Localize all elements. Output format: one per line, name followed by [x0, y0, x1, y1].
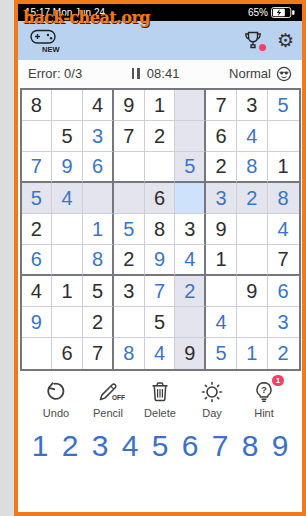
cell-r2c6[interactable] — [175, 121, 206, 152]
cell-r3c1[interactable]: 7 — [22, 152, 53, 183]
watermark: hack-cheat.org — [23, 8, 150, 27]
cell-r3c3[interactable]: 6 — [83, 152, 114, 183]
new-game-button[interactable]: NEW — [30, 28, 70, 56]
cell-r2c2[interactable]: 5 — [52, 121, 83, 152]
cell-r5c2[interactable] — [52, 214, 83, 245]
cell-r9c4[interactable]: 8 — [114, 338, 145, 369]
cell-r9c7[interactable]: 5 — [206, 338, 237, 369]
cell-r5c8[interactable] — [237, 214, 268, 245]
cell-r1c4[interactable]: 9 — [114, 90, 145, 121]
new-label: NEW — [42, 45, 60, 54]
cell-r4c1[interactable]: 5 — [22, 183, 53, 214]
numpad-7[interactable]: 7 — [209, 431, 231, 461]
cell-r7c2[interactable]: 1 — [52, 276, 83, 307]
settings-button[interactable]: ⚙ — [277, 28, 294, 52]
delete-icon — [147, 380, 173, 404]
cell-r1c3[interactable]: 4 — [83, 90, 114, 121]
cell-r9c3[interactable]: 7 — [83, 338, 114, 369]
toolbar: Undo OFF Pencil Delete — [18, 371, 302, 419]
cell-r8c9[interactable]: 3 — [268, 307, 299, 338]
cell-r6c8[interactable] — [237, 245, 268, 276]
difficulty-label: Normal — [229, 66, 271, 81]
numpad-8[interactable]: 8 — [239, 431, 261, 461]
sun-icon — [199, 380, 225, 404]
numpad-3[interactable]: 3 — [89, 431, 111, 461]
cell-r4c8[interactable]: 2 — [237, 183, 268, 214]
timer: 08:41 — [147, 66, 180, 81]
undo-icon — [43, 380, 69, 404]
cell-r8c4[interactable] — [114, 307, 145, 338]
cell-r4c7[interactable]: 3 — [206, 183, 237, 214]
number-pad: 1 2 3 4 5 6 7 8 9 — [18, 419, 302, 461]
hint-button[interactable]: ? 1 Hint — [242, 380, 286, 419]
cell-r2c4[interactable]: 7 — [114, 121, 145, 152]
cell-r1c7[interactable]: 7 — [206, 90, 237, 121]
cell-r7c5[interactable]: 7 — [145, 276, 176, 307]
cell-r9c6[interactable]: 9 — [175, 338, 206, 369]
cell-r5c1[interactable]: 2 — [22, 214, 53, 245]
cell-r1c5[interactable]: 1 — [145, 90, 176, 121]
cell-r4c3[interactable] — [83, 183, 114, 214]
cell-r7c7[interactable] — [206, 276, 237, 307]
cell-r9c5[interactable]: 4 — [145, 338, 176, 369]
cell-r6c7[interactable]: 1 — [206, 245, 237, 276]
notification-dot — [259, 44, 266, 51]
pencil-off-badge: OFF — [112, 394, 125, 401]
cell-r3c2[interactable]: 9 — [52, 152, 83, 183]
numpad-5[interactable]: 5 — [149, 431, 171, 461]
cell-r3c9[interactable]: 1 — [268, 152, 299, 183]
cell-r8c6[interactable] — [175, 307, 206, 338]
cell-r9c8[interactable]: 1 — [237, 338, 268, 369]
undo-button[interactable]: Undo — [34, 380, 78, 419]
day-night-toggle[interactable]: Day — [190, 380, 234, 419]
cell-r8c2[interactable] — [52, 307, 83, 338]
cell-r5c3[interactable]: 1 — [83, 214, 114, 245]
cell-r1c6[interactable] — [175, 90, 206, 121]
cell-r5c6[interactable]: 3 — [175, 214, 206, 245]
cell-r8c5[interactable]: 5 — [145, 307, 176, 338]
cell-r8c3[interactable]: 2 — [83, 307, 114, 338]
cell-r2c1[interactable] — [22, 121, 53, 152]
cell-r9c1[interactable] — [22, 338, 53, 369]
cell-r2c7[interactable]: 6 — [206, 121, 237, 152]
cell-r6c1[interactable]: 6 — [22, 245, 53, 276]
numpad-1[interactable]: 1 — [29, 431, 51, 461]
cell-r8c1[interactable]: 9 — [22, 307, 53, 338]
cell-r6c6[interactable]: 4 — [175, 245, 206, 276]
cell-r3c5[interactable] — [145, 152, 176, 183]
sudoku-board: 8491735537264796528154632821583946829417… — [22, 90, 299, 369]
cell-r7c1[interactable]: 4 — [22, 276, 53, 307]
board-frame: 8491735537264796528154632821583946829417… — [20, 88, 301, 371]
battery-percent: 65% — [248, 7, 268, 18]
cell-r5c7[interactable]: 9 — [206, 214, 237, 245]
gamepad-icon — [30, 28, 58, 46]
cell-r7c4[interactable]: 3 — [114, 276, 145, 307]
pause-button[interactable] — [132, 68, 140, 79]
numpad-6[interactable]: 6 — [179, 431, 201, 461]
numpad-2[interactable]: 2 — [59, 431, 81, 461]
cell-r5c5[interactable]: 8 — [145, 214, 176, 245]
error-counter: Error: 0/3 — [28, 66, 82, 81]
cell-r9c2[interactable]: 6 — [52, 338, 83, 369]
cell-r2c9[interactable] — [268, 121, 299, 152]
undo-label: Undo — [43, 407, 69, 419]
cell-r2c5[interactable]: 2 — [145, 121, 176, 152]
cell-r9c9[interactable]: 2 — [268, 338, 299, 369]
numpad-4[interactable]: 4 — [119, 431, 141, 461]
svg-text:?: ? — [261, 385, 267, 395]
cell-r2c3[interactable]: 3 — [83, 121, 114, 152]
difficulty-face-icon — [276, 66, 292, 82]
cell-r7c8[interactable]: 9 — [237, 276, 268, 307]
numpad-9[interactable]: 9 — [269, 431, 291, 461]
cell-r3c7[interactable]: 2 — [206, 152, 237, 183]
battery-icon — [271, 7, 295, 18]
info-bar: Error: 0/3 08:41 Normal — [18, 60, 302, 87]
delete-label: Delete — [144, 407, 176, 419]
cell-r4c9[interactable]: 8 — [268, 183, 299, 214]
cell-r6c5[interactable]: 9 — [145, 245, 176, 276]
cell-r1c8[interactable]: 3 — [237, 90, 268, 121]
cell-r6c9[interactable]: 7 — [268, 245, 299, 276]
cell-r4c2[interactable]: 4 — [52, 183, 83, 214]
cell-r5c4[interactable]: 5 — [114, 214, 145, 245]
hint-label: Hint — [254, 407, 274, 419]
cell-r8c8[interactable] — [237, 307, 268, 338]
battery-indicator: 65% — [248, 7, 295, 18]
cell-r1c2[interactable] — [52, 90, 83, 121]
app-screen: hack-cheat.org 15:17 Mon Jun 24 65% NEW — [14, 0, 306, 516]
delete-button[interactable]: Delete — [138, 380, 182, 419]
cell-r3c6[interactable]: 5 — [175, 152, 206, 183]
cell-r4c6[interactable] — [175, 183, 206, 214]
cell-r6c2[interactable] — [52, 245, 83, 276]
cell-r4c4[interactable] — [114, 183, 145, 214]
cell-r7c9[interactable]: 6 — [268, 276, 299, 307]
hint-badge: 1 — [272, 375, 284, 386]
difficulty-selector[interactable]: Normal — [229, 66, 292, 82]
cell-r6c3[interactable]: 8 — [83, 245, 114, 276]
cell-r4c5[interactable]: 6 — [145, 183, 176, 214]
pencil-button[interactable]: OFF Pencil — [86, 380, 130, 419]
cell-r7c3[interactable]: 5 — [83, 276, 114, 307]
cell-r5c9[interactable]: 4 — [268, 214, 299, 245]
pencil-label: Pencil — [93, 407, 123, 419]
cell-r3c4[interactable] — [114, 152, 145, 183]
cell-r6c4[interactable]: 2 — [114, 245, 145, 276]
cell-r2c8[interactable]: 4 — [237, 121, 268, 152]
cell-r1c9[interactable]: 5 — [268, 90, 299, 121]
day-label: Day — [202, 407, 222, 419]
cell-r8c7[interactable]: 4 — [206, 307, 237, 338]
cell-r3c8[interactable]: 8 — [237, 152, 268, 183]
cell-r7c6[interactable]: 2 — [175, 276, 206, 307]
trophy-button[interactable] — [241, 28, 265, 52]
cell-r1c1[interactable]: 8 — [22, 90, 53, 121]
